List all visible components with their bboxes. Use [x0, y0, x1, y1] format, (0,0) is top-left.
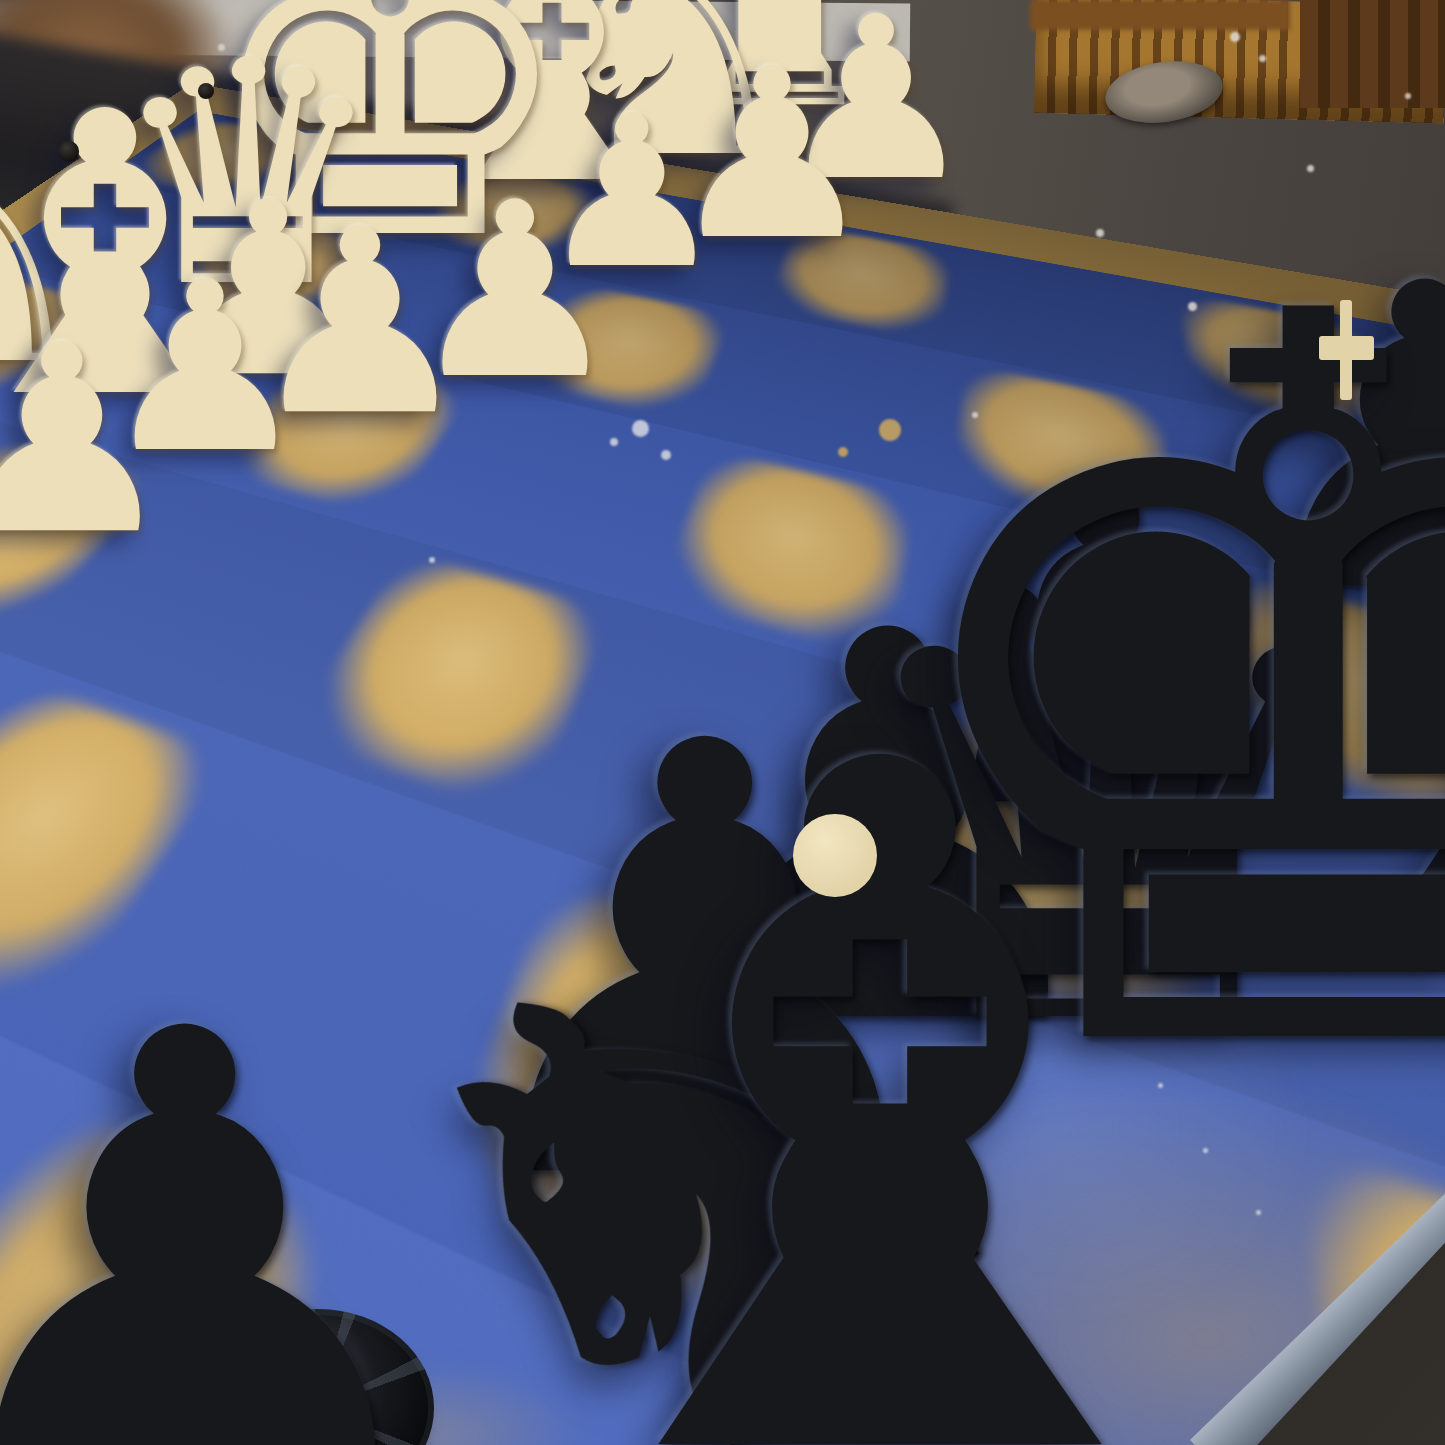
black-king-cross-vbar — [1340, 300, 1352, 400]
white-pawn-1: ♟ — [0, 310, 192, 570]
white-queen-d8-finial-ball — [198, 83, 214, 99]
black-pawn-5: ♟ — [1215, 230, 1445, 650]
black-pawn-4: ♟ — [888, 433, 1323, 868]
white-bishop-f8: ♝ — [387, 0, 717, 230]
pieces-layer: ♞♝♛♚♝♞♜♟♟♟♟♟♟♟♟♟♞♟♟♝♛♚♟♟♝ — [0, 0, 1445, 1445]
white-bishop-c8: ♝ — [0, 62, 300, 452]
black-bishop-1-finial-ball — [793, 814, 876, 897]
black-pawn-2: ♟ — [408, 667, 1003, 1262]
white-king-e8: ♚ — [180, 0, 600, 298]
black-king-cross-hbar — [1319, 336, 1374, 360]
black-bishop-2-partial: ♝ — [1233, 375, 1445, 1005]
white-pawn-4: ♟ — [233, 195, 488, 450]
black-bishop-1: ♝ — [408, 645, 1353, 1445]
white-pawn-7: ♟ — [655, 37, 890, 272]
white-queen-d8: ♛ — [93, 20, 403, 330]
black-king-finial-cross — [1319, 300, 1374, 400]
black-rook-top-view — [202, 1309, 434, 1445]
black-queen: ♛ — [800, 492, 1420, 1112]
white-knight-g8: ♞ — [522, 0, 822, 200]
white-bishop-c8-finial-ball — [59, 141, 79, 161]
white-knight-b8-partial: ♞ — [0, 115, 115, 405]
white-rook-h8: ♜ — [665, 0, 895, 140]
black-pawn-3: ♟ — [621, 563, 1156, 1098]
white-pawn-6: ♟ — [527, 88, 737, 298]
black-queen-finial-ball — [1079, 603, 1134, 658]
white-pawn-3: ♟ — [148, 170, 388, 410]
white-pawn-8: ♟ — [764, 0, 989, 212]
chessboard-photo-scene: ♞♝♛♚♝♞♜♟♟♟♟♟♟♟♟♟♞♟♟♝♛♚♟♟♝ Overhead-angle… — [0, 0, 1445, 1445]
black-king: ♚ — [808, 190, 1445, 1190]
white-pawn-2: ♟ — [88, 250, 323, 485]
white-pawn-5: ♟ — [394, 170, 636, 412]
